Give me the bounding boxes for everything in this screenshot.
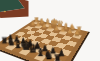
white-pawn-icon[interactable]: ♟ bbox=[73, 29, 81, 36]
black-rook-icon[interactable]: ♜ bbox=[52, 53, 62, 61]
chess-board-frame: ♜♞♝♚♛♝♞♜♟♟♟♟♟♟♟♟♟♟♟♟♟♟♟♟♜♞♝♚♛♝♞♜ bbox=[0, 20, 90, 61]
square[interactable]: ♜ bbox=[51, 59, 64, 61]
board-perspective-wrapper: ♜♞♝♚♛♝♞♜♟♟♟♟♟♟♟♟♟♟♟♟♟♟♟♟♜♞♝♚♛♝♞♜ bbox=[0, 0, 100, 61]
product-photo-scene: ♜♞♝♚♛♝♞♜♟♟♟♟♟♟♟♟♟♟♟♟♟♟♟♟♜♞♝♚♛♝♞♜ bbox=[0, 0, 100, 61]
square[interactable] bbox=[69, 37, 79, 43]
chess-board[interactable]: ♜♞♝♚♛♝♞♜♟♟♟♟♟♟♟♟♟♟♟♟♟♟♟♟♜♞♝♚♛♝♞♜ bbox=[0, 21, 84, 61]
